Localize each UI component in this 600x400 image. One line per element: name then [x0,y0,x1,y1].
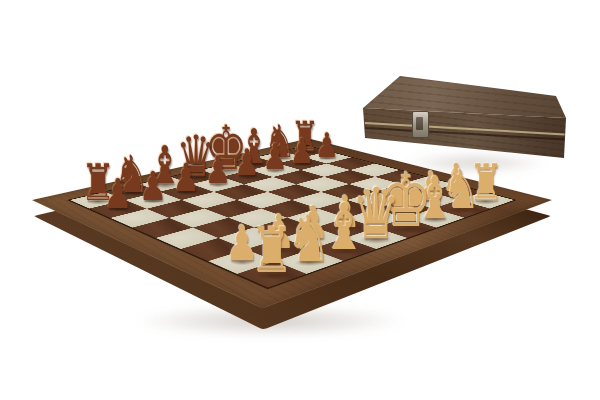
piece-black-pawn: ♟ [290,134,314,169]
piece-white-rook: ♜ [250,220,294,283]
piece-black-pawn: ♟ [173,159,200,198]
piece-black-pawn: ♟ [315,128,339,162]
piece-black-pawn: ♟ [104,174,133,215]
piece-black-pawn: ♟ [234,146,260,183]
piece-black-pawn: ♟ [263,140,288,176]
pieces-layer: ♜♞♝♛♚♝♞♜♟♟♟♟♟♟♟♟♟♟♟♟♟♟♟♟♜♞♝♛♚♝♞♜ [0,0,600,400]
chess-set-photo: ♜♞♝♛♚♝♞♜♟♟♟♟♟♟♟♟♟♟♟♟♟♟♟♟♜♞♝♛♚♝♞♜ [0,0,600,400]
piece-black-pawn: ♟ [204,152,230,190]
piece-black-pawn: ♟ [139,166,167,206]
